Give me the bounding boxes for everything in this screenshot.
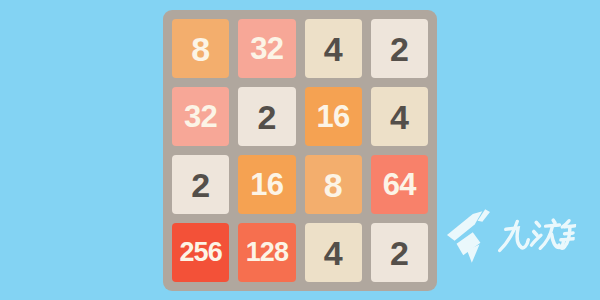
board[interactable]: 8324232216421686425612842 <box>163 10 437 291</box>
game-screen: 8324232216421686425612842 <box>0 0 600 300</box>
tile-r1c4-2: 2 <box>371 19 428 78</box>
tile-r1c3-4: 4 <box>305 19 362 78</box>
tile-r3c4-64: 64 <box>371 155 428 214</box>
jiuyou-watermark <box>446 205 575 267</box>
tile-r4c4-2: 2 <box>371 223 428 282</box>
tile-r3c2-16: 16 <box>238 155 295 214</box>
tile-r4c3-4: 4 <box>305 223 362 282</box>
tile-r4c2-128: 128 <box>238 223 295 282</box>
tile-r2c2-2: 2 <box>238 87 295 146</box>
tile-r3c1-2: 2 <box>172 155 229 214</box>
tile-r1c2-32: 32 <box>238 19 295 78</box>
jiuyou-watermark-text <box>497 213 578 259</box>
tile-r3c3-8: 8 <box>305 155 362 214</box>
tile-r4c1-256: 256 <box>172 223 229 282</box>
tile-r2c4-4: 4 <box>371 87 428 146</box>
tile-r1c1-8: 8 <box>172 19 229 78</box>
jiuyou-logo-icon <box>446 207 490 265</box>
tile-r2c1-32: 32 <box>172 87 229 146</box>
tile-r2c3-16: 16 <box>305 87 362 146</box>
